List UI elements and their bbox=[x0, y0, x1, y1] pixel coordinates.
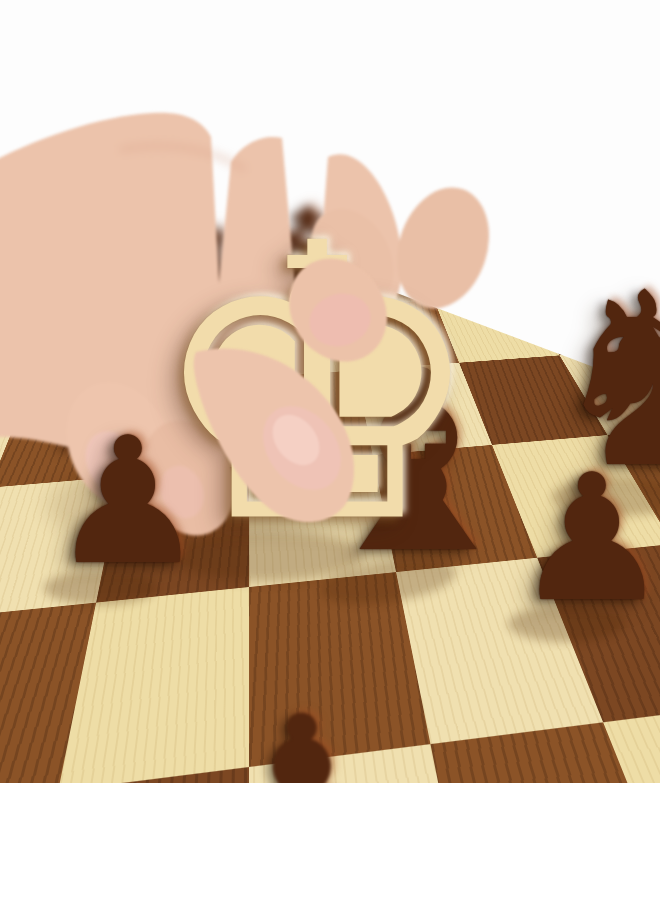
piece-white-king-e6[interactable]: ♚ bbox=[147, 195, 488, 575]
piece-black-pawn-e4[interactable]: ♟ bbox=[219, 692, 385, 783]
screenshot: ♚♝♟♟♞♟♛♚♜ bbox=[0, 0, 660, 900]
piece-black-pawn-g5[interactable]: ♟ bbox=[514, 451, 660, 626]
photo-bottom-margin bbox=[0, 783, 660, 900]
photo-area: ♚♝♟♟♞♟♛♚♜ bbox=[0, 0, 660, 783]
